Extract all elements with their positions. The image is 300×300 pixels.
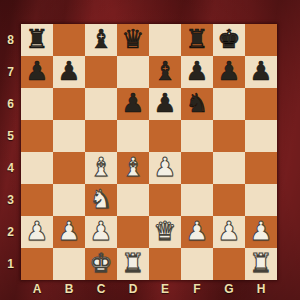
square-c7[interactable]: [85, 56, 117, 88]
file-labels: ABCDEFGH: [21, 279, 277, 299]
piece-white-pawn: ♟: [185, 216, 208, 247]
square-c6[interactable]: [85, 88, 117, 120]
square-h1[interactable]: ♜: [245, 248, 277, 280]
rank-label-5: 5: [0, 120, 21, 152]
square-b2[interactable]: ♟: [53, 216, 85, 248]
square-f3[interactable]: [181, 184, 213, 216]
square-e3[interactable]: [149, 184, 181, 216]
square-b5[interactable]: [53, 120, 85, 152]
square-f6[interactable]: ♞: [181, 88, 213, 120]
square-c5[interactable]: [85, 120, 117, 152]
piece-white-bishop: ♝: [121, 152, 144, 183]
piece-black-bishop: ♝: [89, 24, 112, 55]
square-c1[interactable]: ♚: [85, 248, 117, 280]
rank-label-8: 8: [0, 24, 21, 56]
piece-white-bishop: ♝: [89, 152, 112, 183]
square-g3[interactable]: [213, 184, 245, 216]
square-h5[interactable]: [245, 120, 277, 152]
piece-white-rook: ♜: [121, 248, 144, 279]
piece-black-queen: ♛: [121, 24, 144, 55]
square-b7[interactable]: ♟: [53, 56, 85, 88]
square-h3[interactable]: [245, 184, 277, 216]
chess-board-frame: 87654321 ♜♝♛♜♚♟♟♝♟♟♟♟♟♞♝♝♟♞♟♟♟♛♟♟♟♚♜♜ AB…: [0, 0, 300, 300]
square-b3[interactable]: [53, 184, 85, 216]
square-e2[interactable]: ♛: [149, 216, 181, 248]
square-g2[interactable]: ♟: [213, 216, 245, 248]
square-h2[interactable]: ♟: [245, 216, 277, 248]
file-label-h: H: [245, 279, 277, 299]
square-f2[interactable]: ♟: [181, 216, 213, 248]
piece-white-rook: ♜: [249, 248, 272, 279]
square-c3[interactable]: ♞: [85, 184, 117, 216]
piece-black-rook: ♜: [185, 24, 208, 55]
piece-black-rook: ♜: [25, 24, 48, 55]
piece-white-king: ♚: [89, 248, 112, 279]
square-c2[interactable]: ♟: [85, 216, 117, 248]
square-e5[interactable]: [149, 120, 181, 152]
square-b1[interactable]: [53, 248, 85, 280]
piece-white-pawn: ♟: [153, 152, 176, 183]
square-h6[interactable]: [245, 88, 277, 120]
square-a2[interactable]: ♟: [21, 216, 53, 248]
piece-black-pawn: ♟: [57, 56, 80, 87]
rank-label-4: 4: [0, 152, 21, 184]
file-label-c: C: [85, 279, 117, 299]
piece-white-pawn: ♟: [25, 216, 48, 247]
square-d4[interactable]: ♝: [117, 152, 149, 184]
square-g5[interactable]: [213, 120, 245, 152]
piece-black-pawn: ♟: [153, 88, 176, 119]
file-label-a: A: [21, 279, 53, 299]
square-c4[interactable]: ♝: [85, 152, 117, 184]
square-d8[interactable]: ♛: [117, 24, 149, 56]
square-b4[interactable]: [53, 152, 85, 184]
square-b6[interactable]: [53, 88, 85, 120]
square-e6[interactable]: ♟: [149, 88, 181, 120]
square-c8[interactable]: ♝: [85, 24, 117, 56]
square-e8[interactable]: [149, 24, 181, 56]
square-b8[interactable]: [53, 24, 85, 56]
square-g7[interactable]: ♟: [213, 56, 245, 88]
piece-white-pawn: ♟: [249, 216, 272, 247]
piece-black-pawn: ♟: [121, 88, 144, 119]
square-a8[interactable]: ♜: [21, 24, 53, 56]
square-h7[interactable]: ♟: [245, 56, 277, 88]
square-a1[interactable]: [21, 248, 53, 280]
square-g8[interactable]: ♚: [213, 24, 245, 56]
square-f4[interactable]: [181, 152, 213, 184]
square-d2[interactable]: [117, 216, 149, 248]
rank-label-7: 7: [0, 56, 21, 88]
square-a7[interactable]: ♟: [21, 56, 53, 88]
rank-label-6: 6: [0, 88, 21, 120]
square-a4[interactable]: [21, 152, 53, 184]
square-g6[interactable]: [213, 88, 245, 120]
piece-black-pawn: ♟: [25, 56, 48, 87]
square-a3[interactable]: [21, 184, 53, 216]
file-label-e: E: [149, 279, 181, 299]
piece-white-queen: ♛: [153, 216, 176, 247]
piece-black-pawn: ♟: [217, 56, 240, 87]
piece-white-pawn: ♟: [57, 216, 80, 247]
square-e4[interactable]: ♟: [149, 152, 181, 184]
piece-white-knight: ♞: [89, 184, 112, 215]
piece-black-pawn: ♟: [185, 56, 208, 87]
square-g1[interactable]: [213, 248, 245, 280]
piece-white-pawn: ♟: [89, 216, 112, 247]
file-label-b: B: [53, 279, 85, 299]
square-d1[interactable]: ♜: [117, 248, 149, 280]
piece-black-knight: ♞: [185, 88, 208, 119]
square-a6[interactable]: [21, 88, 53, 120]
rank-label-1: 1: [0, 248, 21, 280]
rank-label-2: 2: [0, 216, 21, 248]
square-h4[interactable]: [245, 152, 277, 184]
square-f8[interactable]: ♜: [181, 24, 213, 56]
rank-labels: 87654321: [0, 24, 21, 280]
square-d5[interactable]: [117, 120, 149, 152]
piece-black-bishop: ♝: [153, 56, 176, 87]
square-f1[interactable]: [181, 248, 213, 280]
square-f7[interactable]: ♟: [181, 56, 213, 88]
square-d3[interactable]: [117, 184, 149, 216]
rank-label-3: 3: [0, 184, 21, 216]
square-d6[interactable]: ♟: [117, 88, 149, 120]
square-a5[interactable]: [21, 120, 53, 152]
piece-white-pawn: ♟: [217, 216, 240, 247]
file-label-g: G: [213, 279, 245, 299]
square-d7[interactable]: [117, 56, 149, 88]
square-g4[interactable]: [213, 152, 245, 184]
square-e1[interactable]: [149, 248, 181, 280]
board: ♜♝♛♜♚♟♟♝♟♟♟♟♟♞♝♝♟♞♟♟♟♛♟♟♟♚♜♜: [21, 24, 277, 280]
piece-black-pawn: ♟: [249, 56, 272, 87]
square-f5[interactable]: [181, 120, 213, 152]
square-h8[interactable]: [245, 24, 277, 56]
piece-black-king: ♚: [217, 24, 240, 55]
file-label-d: D: [117, 279, 149, 299]
square-e7[interactable]: ♝: [149, 56, 181, 88]
file-label-f: F: [181, 279, 213, 299]
